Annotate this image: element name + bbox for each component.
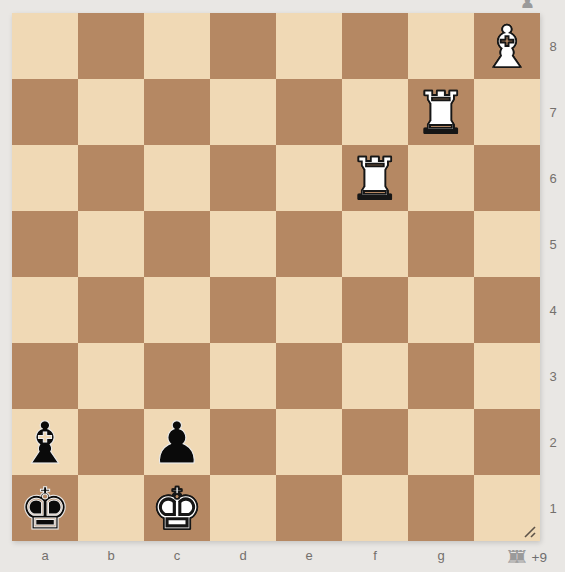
square-h7[interactable] — [474, 79, 540, 145]
square-a7[interactable] — [12, 79, 78, 145]
square-b7[interactable] — [78, 79, 144, 145]
square-g5[interactable] — [408, 211, 474, 277]
square-g2[interactable] — [408, 409, 474, 475]
square-g3[interactable] — [408, 343, 474, 409]
captured-rook-icon: ♜ — [512, 548, 528, 566]
square-c5[interactable] — [144, 211, 210, 277]
square-e5[interactable] — [276, 211, 342, 277]
square-d2[interactable] — [210, 409, 276, 475]
square-b8[interactable] — [78, 13, 144, 79]
piece-white-rook-g7[interactable]: ♜ — [408, 80, 474, 146]
captured-pawn-icon: ♟ — [520, 0, 535, 11]
square-h3[interactable] — [474, 343, 540, 409]
square-f4[interactable] — [342, 277, 408, 343]
square-d3[interactable] — [210, 343, 276, 409]
square-g7[interactable]: ♜ — [408, 79, 474, 145]
material-indicator-bottom: ♜♜ +9 — [505, 548, 547, 566]
square-f5[interactable] — [342, 211, 408, 277]
file-label-a: a — [12, 543, 78, 567]
rank-label-1: 1 — [541, 475, 565, 541]
file-label-e: e — [276, 543, 342, 567]
rank-label-7: 7 — [541, 79, 565, 145]
piece-white-king-c1[interactable]: ♚ — [144, 476, 210, 542]
square-d4[interactable] — [210, 277, 276, 343]
square-f1[interactable] — [342, 475, 408, 541]
square-e1[interactable] — [276, 475, 342, 541]
square-g1[interactable] — [408, 475, 474, 541]
rank-label-8: 8 — [541, 13, 565, 79]
rank-label-3: 3 — [541, 343, 565, 409]
square-c6[interactable] — [144, 145, 210, 211]
square-e7[interactable] — [276, 79, 342, 145]
rank-label-5: 5 — [541, 211, 565, 277]
square-h5[interactable] — [474, 211, 540, 277]
square-e6[interactable] — [276, 145, 342, 211]
square-a4[interactable] — [12, 277, 78, 343]
file-label-f: f — [342, 543, 408, 567]
chess-board[interactable]: ♝♜♜♝♟♚♚ — [12, 13, 540, 541]
chess-board-wrap: ♝♜♜♝♟♚♚ — [12, 13, 540, 541]
square-a1[interactable]: ♚ — [12, 475, 78, 541]
square-a2[interactable]: ♝ — [12, 409, 78, 475]
board-resize-handle[interactable] — [522, 525, 538, 539]
square-e8[interactable] — [276, 13, 342, 79]
square-d7[interactable] — [210, 79, 276, 145]
square-h6[interactable] — [474, 145, 540, 211]
square-f2[interactable] — [342, 409, 408, 475]
piece-white-rook-f6[interactable]: ♜ — [342, 146, 408, 212]
rank-label-2: 2 — [541, 409, 565, 475]
square-d1[interactable] — [210, 475, 276, 541]
file-label-c: c — [144, 543, 210, 567]
square-a5[interactable] — [12, 211, 78, 277]
square-e4[interactable] — [276, 277, 342, 343]
piece-black-bishop-a2[interactable]: ♝ — [12, 410, 78, 476]
square-b6[interactable] — [78, 145, 144, 211]
square-f3[interactable] — [342, 343, 408, 409]
piece-black-pawn-c2[interactable]: ♟ — [144, 410, 210, 476]
rank-coordinates: 87654321 — [541, 13, 565, 541]
square-c2[interactable]: ♟ — [144, 409, 210, 475]
square-g6[interactable] — [408, 145, 474, 211]
square-g4[interactable] — [408, 277, 474, 343]
square-d5[interactable] — [210, 211, 276, 277]
square-d8[interactable] — [210, 13, 276, 79]
square-b5[interactable] — [78, 211, 144, 277]
square-b1[interactable] — [78, 475, 144, 541]
square-b2[interactable] — [78, 409, 144, 475]
square-f7[interactable] — [342, 79, 408, 145]
square-a8[interactable] — [12, 13, 78, 79]
square-b4[interactable] — [78, 277, 144, 343]
file-coordinates: abcdefg — [12, 543, 540, 567]
square-g8[interactable] — [408, 13, 474, 79]
square-h4[interactable] — [474, 277, 540, 343]
square-a6[interactable] — [12, 145, 78, 211]
square-f8[interactable] — [342, 13, 408, 79]
rank-label-4: 4 — [541, 277, 565, 343]
file-label-b: b — [78, 543, 144, 567]
square-e2[interactable] — [276, 409, 342, 475]
square-c4[interactable] — [144, 277, 210, 343]
piece-white-bishop-h8[interactable]: ♝ — [474, 14, 540, 80]
square-f6[interactable]: ♜ — [342, 145, 408, 211]
rank-label-6: 6 — [541, 145, 565, 211]
square-b3[interactable] — [78, 343, 144, 409]
square-e3[interactable] — [276, 343, 342, 409]
square-c8[interactable] — [144, 13, 210, 79]
material-advantage-bottom: +9 — [532, 550, 547, 565]
square-a3[interactable] — [12, 343, 78, 409]
file-label-g: g — [408, 543, 474, 567]
square-h2[interactable] — [474, 409, 540, 475]
square-c3[interactable] — [144, 343, 210, 409]
square-c1[interactable]: ♚ — [144, 475, 210, 541]
square-h8[interactable]: ♝ — [474, 13, 540, 79]
square-d6[interactable] — [210, 145, 276, 211]
piece-black-king-a1[interactable]: ♚ — [12, 476, 78, 542]
file-label-d: d — [210, 543, 276, 567]
material-indicator-top: ♟ — [520, 0, 538, 11]
square-c7[interactable] — [144, 79, 210, 145]
